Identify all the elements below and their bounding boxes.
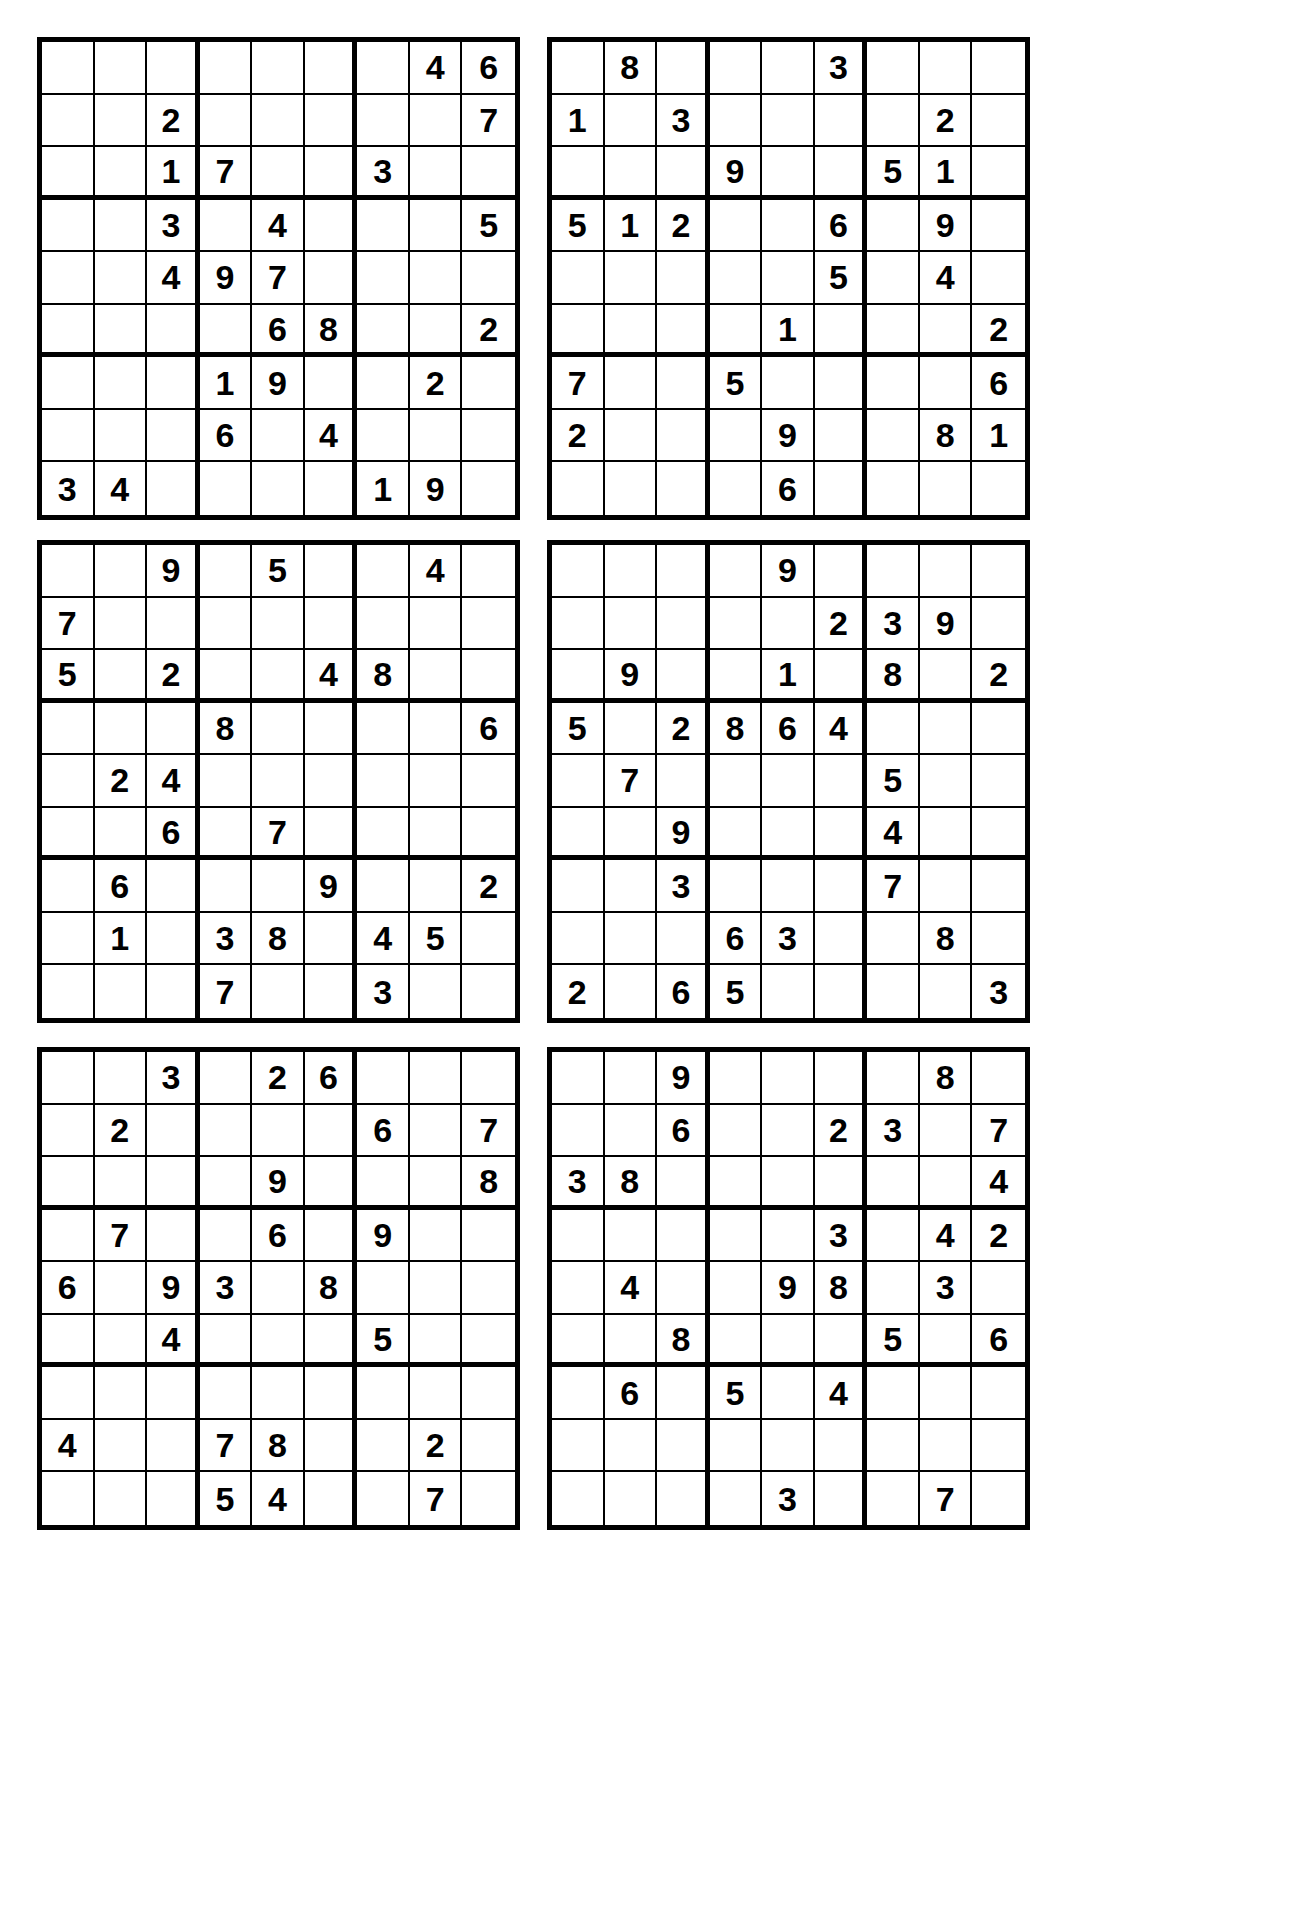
cell-r6c7 (357, 305, 410, 358)
cell-r6c3: 4 (147, 1315, 200, 1368)
cell-r6c5: 6 (252, 305, 305, 358)
cell-r4c6 (305, 200, 358, 253)
cell-r1c3: 3 (147, 1052, 200, 1105)
cell-r8c5 (762, 1420, 815, 1473)
cell-r6c2 (605, 808, 658, 861)
cell-r6c9: 2 (462, 305, 515, 358)
cell-r2c5 (762, 598, 815, 651)
cell-r2c5 (762, 95, 815, 148)
cell-r9c5: 6 (762, 462, 815, 515)
cell-r7c3 (147, 357, 200, 410)
cell-r2c9: 7 (462, 95, 515, 148)
cell-r8c5 (252, 410, 305, 463)
cell-r8c7 (357, 1420, 410, 1473)
cell-r5c6 (815, 755, 868, 808)
cell-r7c9 (972, 860, 1025, 913)
cell-r1c8: 4 (410, 42, 463, 95)
cell-r8c6 (305, 1420, 358, 1473)
cell-r4c2 (605, 703, 658, 756)
cell-r9c4: 7 (200, 965, 253, 1018)
cell-r5c8 (410, 252, 463, 305)
cell-r3c6 (305, 147, 358, 200)
cell-r4c2 (95, 200, 148, 253)
cell-r5c3: 9 (147, 1262, 200, 1315)
cell-r9c3 (657, 1472, 710, 1525)
cell-r2c8 (410, 598, 463, 651)
cell-r4c2: 7 (95, 1210, 148, 1263)
cell-r9c3: 6 (657, 965, 710, 1018)
cell-r2c1 (552, 598, 605, 651)
cell-r3c9: 4 (972, 1157, 1025, 1210)
cell-r5c7 (867, 252, 920, 305)
cell-r8c6 (815, 913, 868, 966)
cell-r7c2: 6 (95, 860, 148, 913)
cell-r8c8: 2 (410, 1420, 463, 1473)
cell-r7c7 (867, 357, 920, 410)
cell-r3c7: 3 (357, 147, 410, 200)
cell-r2c9: 7 (462, 1105, 515, 1158)
cell-r5c9 (972, 252, 1025, 305)
cell-r7c4 (710, 860, 763, 913)
cell-r5c6: 5 (815, 252, 868, 305)
cell-r2c7: 3 (867, 1105, 920, 1158)
cell-r8c4 (710, 1420, 763, 1473)
cell-r1c8 (410, 1052, 463, 1105)
cell-r2c4 (710, 598, 763, 651)
cell-r3c8 (920, 1157, 973, 1210)
cell-r4c1: 5 (552, 703, 605, 756)
cell-r1c9 (462, 1052, 515, 1105)
cell-r8c4: 6 (710, 913, 763, 966)
cell-r5c9 (972, 755, 1025, 808)
cell-r9c9: 3 (972, 965, 1025, 1018)
cell-r6c9 (462, 808, 515, 861)
cell-r1c2: 8 (605, 42, 658, 95)
cell-r6c8 (410, 305, 463, 358)
cell-r8c1 (552, 913, 605, 966)
cell-r9c5 (252, 462, 305, 515)
cell-r1c8: 8 (920, 1052, 973, 1105)
cell-r7c4: 5 (710, 357, 763, 410)
cell-r5c1: 6 (42, 1262, 95, 1315)
cell-r6c7 (357, 808, 410, 861)
cell-r6c3: 9 (657, 808, 710, 861)
cell-r9c8: 9 (410, 462, 463, 515)
cell-r4c3: 3 (147, 200, 200, 253)
cell-r9c7 (357, 1472, 410, 1525)
cell-r3c5 (762, 147, 815, 200)
cell-r3c1 (42, 147, 95, 200)
cell-r5c2 (95, 1262, 148, 1315)
cell-r7c1 (42, 1367, 95, 1420)
cell-r7c6 (305, 1367, 358, 1420)
cell-r4c7 (867, 703, 920, 756)
cell-r7c1 (552, 1367, 605, 1420)
cell-r5c3: 4 (147, 755, 200, 808)
cell-r2c7 (357, 598, 410, 651)
cell-r8c7 (357, 410, 410, 463)
cell-r1c1 (552, 42, 605, 95)
cell-r5c6: 8 (815, 1262, 868, 1315)
cell-r7c1 (552, 860, 605, 913)
cell-r4c8 (410, 200, 463, 253)
cell-r7c5 (762, 1367, 815, 1420)
cell-r2c7 (867, 95, 920, 148)
cell-r5c9 (462, 252, 515, 305)
cell-r1c3 (657, 545, 710, 598)
cell-r5c6 (305, 252, 358, 305)
cell-r3c9: 8 (462, 1157, 515, 1210)
cell-r6c7: 4 (867, 808, 920, 861)
cell-r6c1 (552, 305, 605, 358)
cell-r8c3 (147, 1420, 200, 1473)
cell-r9c1 (552, 462, 605, 515)
cell-r7c1 (42, 860, 95, 913)
cell-r3c5 (252, 650, 305, 703)
cell-r3c7: 5 (867, 147, 920, 200)
cell-r4c1 (42, 200, 95, 253)
cell-r3c6 (815, 650, 868, 703)
cell-r6c8 (410, 1315, 463, 1368)
cell-r1c9 (972, 545, 1025, 598)
cell-r3c8: 1 (920, 147, 973, 200)
cell-r7c3 (657, 357, 710, 410)
cell-r5c5 (762, 252, 815, 305)
cell-r8c2 (95, 410, 148, 463)
cell-r9c3 (657, 462, 710, 515)
cell-r1c8 (920, 42, 973, 95)
cell-r8c7 (867, 410, 920, 463)
cell-r8c3 (147, 913, 200, 966)
cell-r2c3: 2 (147, 95, 200, 148)
cell-r7c6 (305, 357, 358, 410)
cell-r9c6 (305, 965, 358, 1018)
cell-r9c8 (410, 965, 463, 1018)
cell-r7c6: 9 (305, 860, 358, 913)
cell-r1c9 (972, 1052, 1025, 1105)
cell-r1c8: 4 (410, 545, 463, 598)
cell-r8c8 (410, 410, 463, 463)
cell-r7c4 (200, 1367, 253, 1420)
cell-r9c5 (252, 965, 305, 1018)
cell-r2c8: 2 (920, 95, 973, 148)
cell-r1c8 (920, 545, 973, 598)
cell-r6c7 (867, 305, 920, 358)
cell-r3c9 (462, 147, 515, 200)
cell-r1c5: 5 (252, 545, 305, 598)
cell-r2c9 (972, 598, 1025, 651)
cell-r2c9: 7 (972, 1105, 1025, 1158)
cell-r9c7: 3 (357, 965, 410, 1018)
cell-r8c7: 4 (357, 913, 410, 966)
cell-r4c1: 5 (552, 200, 605, 253)
cell-r1c2 (95, 42, 148, 95)
cell-r2c3: 6 (657, 1105, 710, 1158)
cell-r3c1 (552, 147, 605, 200)
cell-r7c2: 6 (605, 1367, 658, 1420)
cell-r5c5 (252, 1262, 305, 1315)
cell-r4c7 (867, 200, 920, 253)
cell-r3c3 (657, 147, 710, 200)
cell-r3c4: 9 (710, 147, 763, 200)
cell-r8c4: 6 (200, 410, 253, 463)
cell-r9c3 (147, 965, 200, 1018)
cell-r6c1 (42, 808, 95, 861)
cell-r8c3 (657, 1420, 710, 1473)
cell-r6c4 (710, 1315, 763, 1368)
cell-r9c1 (42, 1472, 95, 1525)
cell-r4c3: 2 (657, 200, 710, 253)
cell-r3c6 (815, 1157, 868, 1210)
cell-r5c1 (42, 252, 95, 305)
cell-r4c9: 6 (462, 703, 515, 756)
cell-r4c7 (867, 1210, 920, 1263)
cell-r6c3: 6 (147, 808, 200, 861)
cell-r6c1 (552, 1315, 605, 1368)
cell-r8c8 (920, 1420, 973, 1473)
cell-r8c7 (867, 1420, 920, 1473)
cell-r1c4 (200, 42, 253, 95)
cell-r4c6 (305, 703, 358, 756)
sudoku-grid-1: 4627173345497682192643419 (37, 37, 520, 520)
cell-r7c4: 5 (710, 1367, 763, 1420)
cell-r4c3: 2 (657, 703, 710, 756)
cell-r1c6: 6 (305, 1052, 358, 1105)
cell-r3c3: 1 (147, 147, 200, 200)
cell-r8c9 (462, 1420, 515, 1473)
cell-r3c6 (815, 147, 868, 200)
cell-r4c4: 8 (200, 703, 253, 756)
cell-r2c4 (200, 598, 253, 651)
sudoku-grid-4: 92399182528647594376382653 (547, 540, 1030, 1023)
cell-r7c8 (410, 1367, 463, 1420)
cell-r7c3 (147, 860, 200, 913)
sudoku-grid-2: 8313295151269541275629816 (547, 37, 1030, 520)
cell-r5c7 (867, 1262, 920, 1315)
cell-r2c7 (357, 95, 410, 148)
cell-r2c6 (305, 598, 358, 651)
cell-r6c9: 2 (972, 305, 1025, 358)
cell-r4c9 (972, 703, 1025, 756)
cell-r7c5 (762, 860, 815, 913)
cell-r4c6: 6 (815, 200, 868, 253)
cell-r7c8 (410, 860, 463, 913)
cell-r4c5 (252, 703, 305, 756)
cell-r3c8 (410, 147, 463, 200)
cell-r4c3 (147, 1210, 200, 1263)
cell-r2c3 (147, 1105, 200, 1158)
cell-r5c7: 5 (867, 755, 920, 808)
cell-r9c6 (815, 965, 868, 1018)
cell-r1c2 (95, 545, 148, 598)
cell-r6c2 (95, 808, 148, 861)
cell-r3c2: 8 (605, 1157, 658, 1210)
cell-r3c7: 8 (357, 650, 410, 703)
cell-r9c4 (710, 462, 763, 515)
cell-r3c8 (920, 650, 973, 703)
cell-r8c5: 3 (762, 913, 815, 966)
cell-r7c4: 1 (200, 357, 253, 410)
cell-r5c4 (710, 1262, 763, 1315)
cell-r3c4 (200, 650, 253, 703)
cell-r4c9: 2 (972, 1210, 1025, 1263)
cell-r5c4: 9 (200, 252, 253, 305)
cell-r5c8: 4 (920, 252, 973, 305)
cell-r1c7 (867, 1052, 920, 1105)
cell-r8c4 (710, 410, 763, 463)
cell-r8c5: 8 (252, 1420, 305, 1473)
cell-r1c6 (305, 545, 358, 598)
cell-r4c9 (972, 200, 1025, 253)
cell-r8c1 (552, 1420, 605, 1473)
cell-r4c1 (552, 1210, 605, 1263)
cell-r1c7 (867, 42, 920, 95)
cell-r2c2 (605, 1105, 658, 1158)
cell-r8c2 (605, 913, 658, 966)
cell-r7c2 (95, 1367, 148, 1420)
cell-r5c2 (605, 252, 658, 305)
cell-r8c9 (462, 913, 515, 966)
cell-r4c2 (95, 703, 148, 756)
cell-r3c8 (410, 1157, 463, 1210)
cell-r4c7 (357, 703, 410, 756)
cell-r4c5: 6 (252, 1210, 305, 1263)
cell-r4c5: 4 (252, 200, 305, 253)
cell-r1c5 (252, 42, 305, 95)
cell-r3c3 (657, 1157, 710, 1210)
cell-r6c8 (920, 1315, 973, 1368)
cell-r2c2 (605, 95, 658, 148)
cell-r5c1 (42, 755, 95, 808)
cell-r8c8: 8 (920, 913, 973, 966)
cell-r3c2 (95, 147, 148, 200)
cell-r8c4: 3 (200, 913, 253, 966)
cell-r2c3 (657, 598, 710, 651)
cell-r7c8: 2 (410, 357, 463, 410)
sudoku-grid-3: 954752488624676921384573 (37, 540, 520, 1023)
cell-r1c7 (357, 545, 410, 598)
cell-r6c7: 5 (867, 1315, 920, 1368)
cell-r4c3 (657, 1210, 710, 1263)
cell-r6c6 (815, 305, 868, 358)
cell-r3c5 (252, 147, 305, 200)
cell-r8c2 (605, 410, 658, 463)
cell-r1c1 (42, 42, 95, 95)
cell-r5c2: 7 (605, 755, 658, 808)
cell-r7c5 (252, 1367, 305, 1420)
cell-r1c5: 2 (252, 1052, 305, 1105)
cell-r8c6 (305, 913, 358, 966)
cell-r3c6: 4 (305, 650, 358, 703)
cell-r2c2: 2 (95, 1105, 148, 1158)
cell-r1c3 (657, 42, 710, 95)
cell-r2c6 (305, 95, 358, 148)
cell-r9c9 (972, 462, 1025, 515)
cell-r3c4 (710, 1157, 763, 1210)
cell-r7c2 (95, 357, 148, 410)
cell-r3c2: 9 (605, 650, 658, 703)
cell-r1c9 (972, 42, 1025, 95)
cell-r7c3 (147, 1367, 200, 1420)
cell-r8c1 (42, 913, 95, 966)
cell-r7c7 (357, 860, 410, 913)
cell-r4c6: 4 (815, 703, 868, 756)
cell-r9c1 (552, 1472, 605, 1525)
cell-r2c8: 9 (920, 598, 973, 651)
cell-r7c8 (920, 860, 973, 913)
cell-r7c2 (605, 860, 658, 913)
cell-r7c6: 4 (815, 1367, 868, 1420)
cell-r2c6 (815, 95, 868, 148)
cell-r8c2: 1 (95, 913, 148, 966)
cell-r8c8: 8 (920, 410, 973, 463)
cell-r2c9 (972, 95, 1025, 148)
cell-r6c4 (200, 305, 253, 358)
cell-r5c4 (710, 755, 763, 808)
cell-r3c9 (462, 650, 515, 703)
cell-r1c9 (462, 545, 515, 598)
cell-r3c4 (710, 650, 763, 703)
cell-r2c1 (42, 1105, 95, 1158)
cell-r7c1: 7 (552, 357, 605, 410)
cell-r6c9: 6 (972, 1315, 1025, 1368)
cell-r4c7: 9 (357, 1210, 410, 1263)
cell-r4c4 (200, 1210, 253, 1263)
cell-r1c4 (200, 545, 253, 598)
cell-r1c4 (710, 545, 763, 598)
cell-r9c4 (200, 462, 253, 515)
cell-r1c4 (200, 1052, 253, 1105)
cell-r1c7 (867, 545, 920, 598)
cell-r1c5 (762, 1052, 815, 1105)
cell-r1c1 (552, 1052, 605, 1105)
cell-r4c5 (762, 1210, 815, 1263)
cell-r2c5 (252, 95, 305, 148)
cell-r2c6 (305, 1105, 358, 1158)
cell-r7c1 (42, 357, 95, 410)
cell-r1c1 (42, 1052, 95, 1105)
cell-r8c6: 4 (305, 410, 358, 463)
cell-r5c1 (552, 252, 605, 305)
cell-r7c7: 7 (867, 860, 920, 913)
cell-r5c7 (357, 1262, 410, 1315)
cell-r6c4 (710, 808, 763, 861)
cell-r3c6 (305, 1157, 358, 1210)
cell-r3c2 (95, 1157, 148, 1210)
cell-r6c3 (147, 305, 200, 358)
cell-r3c9: 2 (972, 650, 1025, 703)
cell-r5c2: 4 (605, 1262, 658, 1315)
cell-r5c8 (410, 1262, 463, 1315)
cell-r3c3 (657, 650, 710, 703)
cell-r6c3 (657, 305, 710, 358)
cell-r6c6 (815, 1315, 868, 1368)
cell-r8c6 (815, 1420, 868, 1473)
cell-r7c7 (867, 1367, 920, 1420)
cell-r4c4: 8 (710, 703, 763, 756)
cell-r9c6 (815, 462, 868, 515)
cell-r5c8 (920, 755, 973, 808)
cell-r9c2 (95, 1472, 148, 1525)
cell-r4c8 (920, 703, 973, 756)
cell-r7c8 (920, 357, 973, 410)
cell-r9c2 (95, 965, 148, 1018)
cell-r2c2 (95, 95, 148, 148)
cell-r9c9 (462, 1472, 515, 1525)
cell-r5c1 (552, 755, 605, 808)
cell-r9c5: 3 (762, 1472, 815, 1525)
cell-r4c5: 6 (762, 703, 815, 756)
